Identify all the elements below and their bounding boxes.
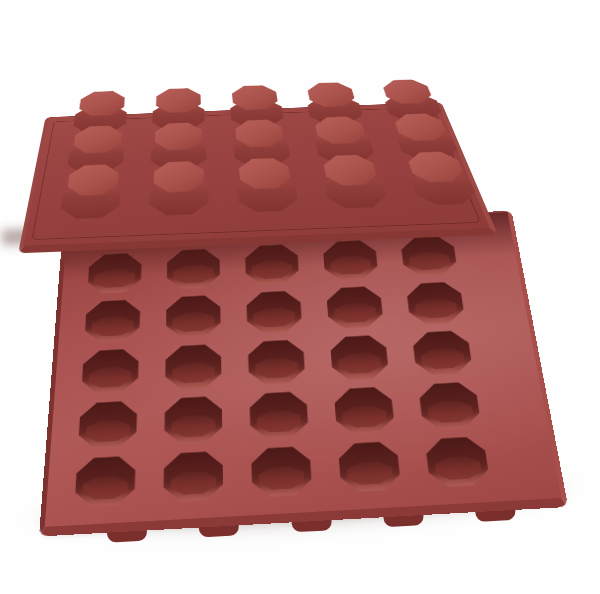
cavity-floor — [94, 268, 136, 289]
cavity-cell-r1-c2 — [154, 244, 234, 295]
cavity-floor — [341, 404, 388, 428]
bump-cell-r3-c2 — [134, 170, 224, 218]
cavity-floor — [85, 419, 131, 443]
octagonal-cavity — [333, 386, 396, 436]
cavity-floor — [91, 316, 134, 338]
octagonal-cavity — [329, 334, 390, 381]
cavity-cell-r3-c2 — [151, 339, 235, 395]
octagonal-cavity — [163, 450, 224, 503]
cavity-floor — [329, 255, 372, 275]
cavity-floor — [346, 460, 394, 485]
bump-cell-r3-c1 — [44, 173, 137, 221]
front-mold-sheet — [39, 211, 568, 537]
cavity-floor — [253, 307, 296, 329]
octagonal-cavity — [417, 381, 482, 430]
cavity-cell-r2-c2 — [152, 290, 234, 343]
cavity-floor — [420, 347, 466, 370]
cavity-cell-r1-c1 — [74, 248, 155, 299]
cavity-cell-r1-c4 — [309, 235, 392, 285]
octagonal-cavity — [411, 330, 474, 377]
bump-cell-r3-c4 — [306, 164, 405, 212]
cavity-floor — [172, 361, 216, 384]
cavity-floor — [427, 400, 475, 424]
octagonal-cavity — [325, 285, 384, 329]
cavity-cell-r2-c4 — [313, 281, 398, 334]
cavity-floor — [337, 352, 382, 375]
cavity-cell-r5-c1 — [59, 450, 150, 513]
back-mold — [0, 33, 498, 253]
cavity-cell-r3-c5 — [398, 325, 488, 381]
cavity-floor — [88, 366, 132, 389]
octagonal-cavity — [81, 348, 140, 395]
octagonal-cavity — [164, 395, 223, 445]
cavity-floor — [414, 298, 459, 319]
octagonal-bump — [58, 164, 123, 220]
cavity-floor — [254, 356, 298, 379]
cavity-floor — [256, 409, 302, 433]
cavity-cell-r2-c5 — [392, 277, 479, 330]
cavity-grid — [45, 212, 562, 527]
cavity-cell-r5-c4 — [323, 436, 416, 499]
octagonal-cavity — [399, 235, 458, 277]
cavity-floor — [170, 470, 216, 495]
cavity-cell-r3-c4 — [316, 330, 404, 386]
cavity-cell-r5-c2 — [149, 445, 238, 508]
back-mold-sheet — [18, 102, 498, 253]
cavity-floor — [82, 475, 129, 500]
octagonal-cavity — [246, 290, 303, 334]
octagonal-cavity — [77, 400, 138, 450]
octagonal-cavity — [87, 252, 143, 294]
cavity-cell-r3-c3 — [234, 334, 319, 390]
octagonal-cavity — [166, 248, 220, 290]
octagonal-cavity — [247, 339, 306, 386]
octagonal-cavity — [165, 343, 223, 390]
cavity-cell-r3-c1 — [67, 343, 152, 400]
octagonal-cavity — [337, 441, 402, 493]
cavity-cell-r2-c3 — [233, 286, 316, 339]
octagonal-cavity — [74, 455, 137, 508]
octagonal-cavity — [250, 445, 313, 498]
bump-cell-r3-c3 — [221, 167, 314, 215]
octagonal-cavity — [244, 243, 300, 285]
octagonal-cavity — [249, 391, 310, 441]
cavity-floor — [171, 414, 216, 438]
cavity-floor — [258, 465, 305, 490]
cavity-cell-r4-c1 — [63, 395, 151, 455]
cavity-cell-r5-c5 — [410, 431, 506, 494]
cavity-cell-r1-c3 — [232, 239, 313, 290]
product-photo-scene — [0, 0, 600, 594]
octagonal-bump — [148, 160, 209, 216]
octagonal-bump — [234, 157, 300, 213]
cavity-cell-r4-c3 — [235, 386, 323, 445]
octagonal-cavity — [165, 294, 221, 339]
octagonal-cavity — [405, 281, 466, 325]
cavity-cell-r4-c2 — [150, 391, 237, 451]
cavity-cell-r4-c4 — [320, 381, 410, 440]
cavity-floor — [408, 251, 451, 271]
octagonal-cavity — [424, 436, 491, 488]
cavity-cell-r2-c1 — [71, 294, 154, 348]
cavity-cell-r4-c5 — [404, 376, 497, 435]
octagonal-cavity — [84, 299, 141, 344]
cavity-floor — [173, 264, 214, 284]
cavity-cell-r5-c3 — [237, 440, 328, 503]
octagonal-cavity — [322, 239, 379, 281]
cavity-floor — [434, 455, 483, 480]
cavity-floor — [172, 311, 214, 333]
cavity-floor — [333, 302, 377, 323]
bump-cell-r3-c5 — [391, 160, 495, 208]
cavity-floor — [251, 259, 293, 279]
bump-grid — [44, 86, 496, 222]
